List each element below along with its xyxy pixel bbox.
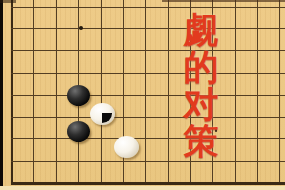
frame-bottom-light-strip xyxy=(0,186,285,190)
frame-left-black-strip xyxy=(0,0,3,190)
black-stone xyxy=(67,121,90,142)
go-board-frame[interactable]: 觑 的 对 策 xyxy=(0,0,285,190)
grid-line-vertical xyxy=(168,0,169,182)
board-bottom-edge-line xyxy=(11,182,285,185)
grid-line-horizontal xyxy=(11,73,285,74)
grid-line-vertical xyxy=(235,0,236,182)
caption-char-3: 对 xyxy=(184,86,219,123)
grid-line-horizontal xyxy=(11,28,285,29)
caption-vertical-title: 觑 的 对 策 xyxy=(180,12,222,160)
caption-char-2: 的 xyxy=(184,49,219,86)
grid-line-vertical xyxy=(257,0,258,182)
frame-top-edge-shadow xyxy=(162,0,285,2)
grid-line-vertical xyxy=(145,0,146,182)
grid-line-horizontal xyxy=(11,50,285,51)
grid-line-horizontal xyxy=(11,95,285,96)
frame-top-left-shadow xyxy=(0,0,16,3)
star-point xyxy=(79,26,83,30)
grid-line-horizontal xyxy=(11,117,285,118)
black-stone xyxy=(67,85,90,106)
caption-char-4: 策 xyxy=(184,123,219,160)
grid-line-horizontal xyxy=(11,161,285,162)
grid-line-vertical xyxy=(56,0,57,182)
grid-line-vertical xyxy=(279,0,280,182)
white-stone xyxy=(114,136,139,158)
grid-line-horizontal xyxy=(11,7,285,8)
caption-char-1: 觑 xyxy=(184,12,219,49)
grid-line-vertical xyxy=(101,0,102,182)
board-left-edge-line xyxy=(11,0,13,182)
grid-line-horizontal xyxy=(11,138,285,139)
grid-line-vertical xyxy=(33,0,34,182)
